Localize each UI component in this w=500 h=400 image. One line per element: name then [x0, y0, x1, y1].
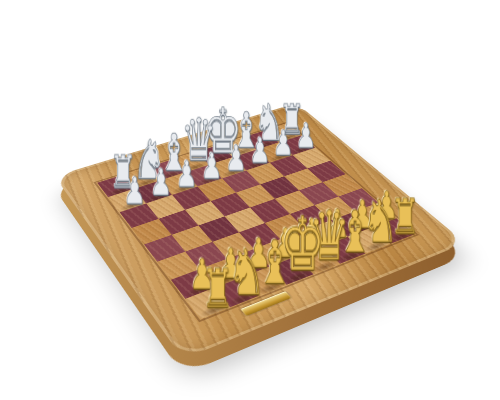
chess-board: ♜♞♝♛♚♝♞♜♟♟♟♟♟♟♟♟♟♟♟♟♟♟♟♟♜♞♝♚♛♝♞♜ — [55, 103, 466, 359]
silver-pawn-b2: ♟ — [272, 126, 293, 160]
silver-pawn-e2: ♟ — [201, 148, 223, 184]
silver-pawn-f2: ♟ — [175, 156, 197, 192]
brass-rook-h8: ♜ — [201, 262, 233, 315]
silver-pawn-g2: ♟ — [150, 164, 172, 200]
silver-pawn-h2: ♟ — [123, 172, 145, 209]
silver-pawn-a2: ♟ — [295, 119, 316, 153]
photo-scene: ♜♞♝♛♚♝♞♜♟♟♟♟♟♟♟♟♟♟♟♟♟♟♟♟♜♞♝♚♛♝♞♜ — [0, 0, 500, 400]
silver-pawn-c2: ♟ — [249, 133, 270, 168]
silver-pawn-d2: ♟ — [225, 141, 246, 176]
product-photo-stage: ♜♞♝♛♚♝♞♜♟♟♟♟♟♟♟♟♟♟♟♟♟♟♟♟♜♞♝♚♛♝♞♜ — [0, 0, 500, 400]
